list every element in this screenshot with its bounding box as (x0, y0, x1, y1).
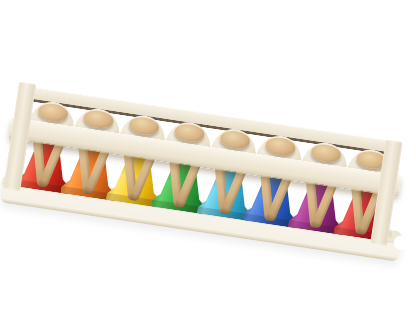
bells-row (0, 71, 416, 313)
bell-rack (0, 71, 416, 313)
product-photo-bell-rack (0, 0, 416, 313)
